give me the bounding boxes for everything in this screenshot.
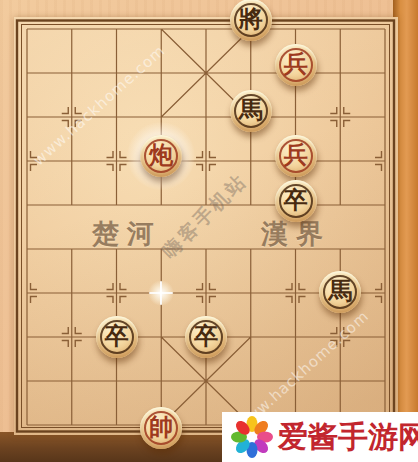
site-logo-text: 爱酱手游网 — [278, 417, 418, 458]
piece-glyph: 卒 — [105, 324, 129, 348]
piece-glyph: 將 — [239, 7, 263, 31]
piece-black-general[interactable]: 將 — [230, 0, 272, 41]
piece-glyph: 兵 — [284, 143, 308, 167]
piece-black-horse[interactable]: 馬 — [319, 271, 361, 313]
piece-glyph: 帥 — [149, 415, 173, 439]
xiangqi-game-screen: 楚河 漢界 將兵馬炮兵卒馬卒卒帥 www.hackhome.com 嗨客手机站 … — [0, 0, 418, 462]
piece-glyph: 卒 — [194, 324, 218, 348]
piece-black-soldier[interactable]: 卒 — [185, 316, 227, 358]
xiangqi-board[interactable]: 楚河 漢界 將兵馬炮兵卒馬卒卒帥 — [0, 0, 418, 462]
piece-glyph: 兵 — [284, 52, 308, 76]
piece-red-soldier[interactable]: 兵 — [275, 135, 317, 177]
piece-glyph: 馬 — [328, 279, 352, 303]
piece-glyph: 炮 — [149, 143, 173, 167]
piece-glyph: 卒 — [284, 188, 308, 212]
piece-black-soldier[interactable]: 卒 — [275, 180, 317, 222]
piece-red-cannon[interactable]: 炮 — [140, 135, 182, 177]
pinwheel-logo-icon — [229, 414, 275, 460]
river-label-chu: 楚河 — [92, 216, 162, 252]
piece-red-soldier[interactable]: 兵 — [275, 44, 317, 86]
board-grid — [0, 0, 418, 462]
piece-black-soldier[interactable]: 卒 — [96, 316, 138, 358]
site-logo: 爱酱手游网 — [222, 412, 418, 462]
piece-black-horse[interactable]: 馬 — [230, 90, 272, 132]
piece-glyph: 馬 — [239, 98, 263, 122]
piece-red-general[interactable]: 帥 — [140, 407, 182, 449]
